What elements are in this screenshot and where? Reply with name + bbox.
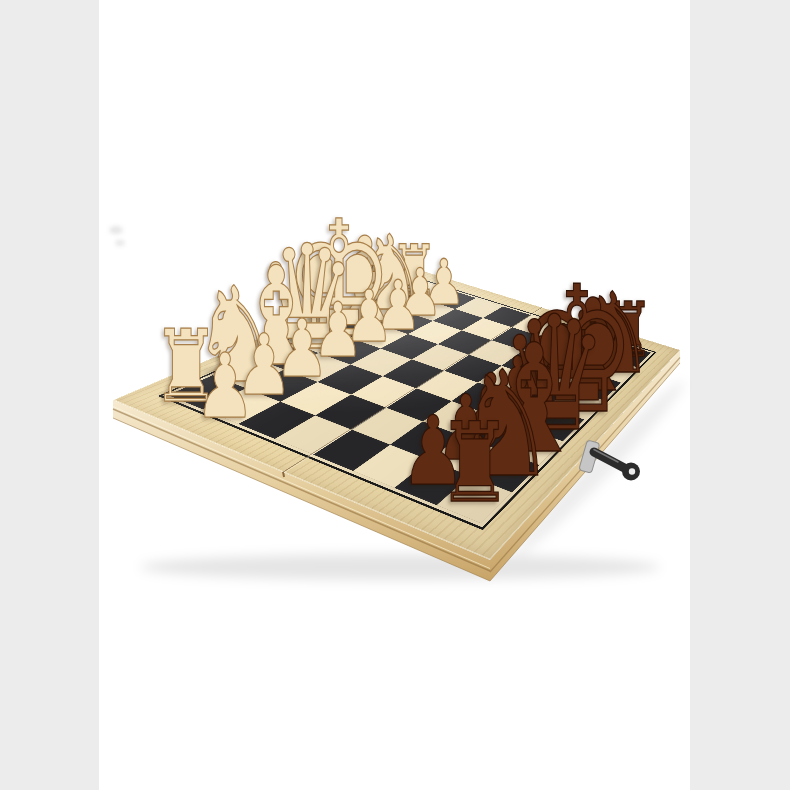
product-photo-scene: ♜♟♞♟♝♟♚♟♛♟♜♟♟♝♞♟♟♞♝♟♟♜♚♟♟♛♟♝♟♞♟♜ (0, 0, 790, 790)
